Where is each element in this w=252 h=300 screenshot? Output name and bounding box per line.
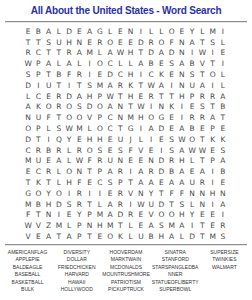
grid-cell[interactable]: T — [44, 177, 54, 188]
grid-cell[interactable]: W — [105, 91, 115, 102]
grid-cell[interactable]: R — [44, 166, 54, 177]
grid-cell[interactable]: I — [218, 210, 228, 221]
grid-cell[interactable]: T — [197, 134, 207, 145]
grid-cell[interactable]: C — [115, 69, 125, 80]
grid-cell[interactable]: T — [136, 80, 146, 91]
grid-cell[interactable]: L — [54, 26, 64, 37]
grid-cell[interactable]: A — [85, 26, 95, 37]
grid-cell[interactable]: N — [44, 210, 54, 221]
grid-cell[interactable]: O — [64, 112, 74, 123]
grid-cell[interactable]: S — [218, 231, 228, 242]
grid-cell[interactable]: L — [177, 231, 187, 242]
grid-cell[interactable]: U — [187, 80, 197, 91]
grid-cell[interactable]: I — [177, 102, 187, 113]
grid-cell[interactable]: E — [208, 145, 218, 156]
grid-cell[interactable]: I — [187, 220, 197, 231]
grid-cell[interactable]: W — [64, 123, 74, 134]
grid-cell[interactable]: T — [167, 91, 177, 102]
grid-cell[interactable]: K — [156, 69, 166, 80]
grid-cell[interactable]: A — [105, 80, 115, 91]
grid-cell[interactable]: P — [187, 91, 197, 102]
grid-cell[interactable]: I — [95, 188, 105, 199]
grid-cell[interactable]: H — [64, 177, 74, 188]
grid-cell[interactable]: L — [156, 26, 166, 37]
grid-cell[interactable]: A — [146, 177, 156, 188]
grid-cell[interactable]: S — [64, 199, 74, 210]
grid-cell[interactable]: Y — [44, 188, 54, 199]
grid-cell[interactable]: A — [146, 123, 156, 134]
grid-cell[interactable]: T — [218, 112, 228, 123]
grid-cell[interactable]: O — [64, 166, 74, 177]
grid-cell[interactable]: T — [85, 231, 95, 242]
grid-cell[interactable]: A — [105, 166, 115, 177]
grid-cell[interactable]: O — [85, 145, 95, 156]
grid-cell[interactable]: V — [146, 210, 156, 221]
grid-cell[interactable]: E — [136, 220, 146, 231]
grid-cell[interactable]: N — [115, 102, 125, 113]
grid-cell[interactable]: O — [208, 69, 218, 80]
grid-cell[interactable]: W — [197, 48, 207, 59]
grid-cell[interactable]: D — [115, 210, 125, 221]
grid-cell[interactable]: T — [136, 48, 146, 59]
grid-cell[interactable]: B — [218, 166, 228, 177]
grid-cell[interactable]: D — [54, 199, 64, 210]
grid-cell[interactable]: O — [95, 102, 105, 113]
grid-cell[interactable]: D — [23, 134, 33, 145]
grid-cell[interactable]: E — [187, 166, 197, 177]
grid-cell[interactable]: L — [64, 145, 74, 156]
grid-cell[interactable]: E — [64, 210, 74, 221]
grid-cell[interactable]: T — [54, 48, 64, 59]
grid-cell[interactable]: L — [105, 26, 115, 37]
grid-cell[interactable]: U — [115, 134, 125, 145]
grid-cell[interactable]: F — [167, 188, 177, 199]
grid-cell[interactable]: K — [33, 102, 43, 113]
grid-cell[interactable]: H — [208, 188, 218, 199]
grid-cell[interactable]: Y — [74, 210, 84, 221]
grid-cell[interactable]: L — [218, 37, 228, 48]
grid-cell[interactable]: H — [126, 69, 136, 80]
grid-cell[interactable]: A — [167, 231, 177, 242]
grid-cell[interactable]: E — [208, 210, 218, 221]
grid-cell[interactable]: E — [187, 102, 197, 113]
grid-cell[interactable]: I — [146, 102, 156, 113]
grid-cell[interactable]: S — [218, 145, 228, 156]
grid-cell[interactable]: O — [105, 231, 115, 242]
grid-cell[interactable]: R — [54, 91, 64, 102]
grid-cell[interactable]: E — [156, 134, 166, 145]
grid-cell[interactable]: O — [187, 134, 197, 145]
grid-cell[interactable]: K — [218, 134, 228, 145]
grid-cell[interactable]: I — [136, 26, 146, 37]
grid-cell[interactable]: G — [126, 123, 136, 134]
grid-cell[interactable]: P — [95, 166, 105, 177]
grid-cell[interactable]: L — [64, 220, 74, 231]
grid-cell[interactable]: A — [23, 102, 33, 113]
grid-cell[interactable]: S — [95, 145, 105, 156]
grid-cell[interactable]: V — [197, 58, 207, 69]
grid-cell[interactable]: W — [187, 145, 197, 156]
grid-cell[interactable]: L — [95, 199, 105, 210]
grid-cell[interactable]: P — [115, 177, 125, 188]
grid-cell[interactable]: Y — [64, 134, 74, 145]
grid-cell[interactable]: R — [146, 166, 156, 177]
grid-cell[interactable]: V — [23, 231, 33, 242]
grid-cell[interactable]: S — [187, 69, 197, 80]
grid-cell[interactable]: A — [74, 91, 84, 102]
grid-cell[interactable]: R — [115, 80, 125, 91]
grid-cell[interactable]: D — [187, 231, 197, 242]
grid-cell[interactable]: N — [187, 188, 197, 199]
grid-cell[interactable]: K — [208, 134, 218, 145]
grid-cell[interactable]: E — [23, 166, 33, 177]
grid-cell[interactable]: P — [74, 231, 84, 242]
grid-cell[interactable]: O — [64, 102, 74, 113]
grid-cell[interactable]: D — [85, 102, 95, 113]
grid-cell[interactable]: S — [167, 134, 177, 145]
grid-cell[interactable]: E — [177, 26, 187, 37]
grid-cell[interactable]: F — [64, 69, 74, 80]
grid-cell[interactable]: A — [105, 102, 115, 113]
grid-cell[interactable]: O — [156, 37, 166, 48]
grid-cell[interactable]: K — [126, 80, 136, 91]
grid-cell[interactable]: S — [156, 220, 166, 231]
grid-cell[interactable]: T — [115, 123, 125, 134]
grid-cell[interactable]: F — [44, 112, 54, 123]
grid-cell[interactable]: C — [105, 112, 115, 123]
grid-cell[interactable]: Y — [187, 210, 197, 221]
grid-cell[interactable]: L — [126, 220, 136, 231]
grid-cell[interactable]: N — [218, 188, 228, 199]
grid-cell[interactable]: O — [105, 37, 115, 48]
grid-cell[interactable]: R — [54, 145, 64, 156]
grid-cell[interactable]: B — [146, 231, 156, 242]
grid-cell[interactable]: E — [167, 112, 177, 123]
grid-cell[interactable]: P — [33, 69, 43, 80]
grid-cell[interactable]: N — [146, 156, 156, 167]
grid-cell[interactable]: V — [136, 145, 146, 156]
grid-cell[interactable]: U — [136, 231, 146, 242]
grid-cell[interactable]: T — [54, 231, 64, 242]
grid-cell[interactable]: R — [115, 188, 125, 199]
grid-cell[interactable]: K — [115, 231, 125, 242]
grid-cell[interactable]: E — [85, 37, 95, 48]
grid-cell[interactable]: P — [95, 91, 105, 102]
grid-cell[interactable]: D — [23, 80, 33, 91]
grid-cell[interactable]: T — [85, 166, 95, 177]
grid-cell[interactable]: A — [156, 80, 166, 91]
grid-cell[interactable]: D — [156, 199, 166, 210]
grid-cell[interactable]: I — [64, 188, 74, 199]
grid-cell[interactable]: L — [126, 58, 136, 69]
grid-cell[interactable]: L — [218, 80, 228, 91]
grid-cell[interactable]: U — [44, 80, 54, 91]
grid-cell[interactable]: N — [136, 188, 146, 199]
grid-cell[interactable]: K — [33, 177, 43, 188]
grid-cell[interactable]: K — [167, 102, 177, 113]
grid-cell[interactable]: H — [136, 112, 146, 123]
grid-cell[interactable]: A — [156, 48, 166, 59]
grid-cell[interactable]: E — [167, 123, 177, 134]
grid-cell[interactable]: I — [208, 166, 218, 177]
grid-cell[interactable]: B — [146, 58, 156, 69]
grid-cell[interactable]: B — [33, 199, 43, 210]
grid-cell[interactable]: R — [197, 91, 207, 102]
grid-cell[interactable]: L — [54, 166, 64, 177]
grid-cell[interactable]: R — [23, 48, 33, 59]
grid-cell[interactable]: D — [146, 48, 156, 59]
grid-cell[interactable]: O — [33, 188, 43, 199]
grid-cell[interactable]: A — [136, 166, 146, 177]
grid-cell[interactable]: E — [74, 26, 84, 37]
grid-cell[interactable]: G — [23, 188, 33, 199]
grid-cell[interactable]: E — [146, 145, 156, 156]
grid-cell[interactable]: I — [167, 80, 177, 91]
grid-cell[interactable]: N — [177, 37, 187, 48]
grid-cell[interactable]: W — [136, 199, 146, 210]
grid-cell[interactable]: E — [218, 177, 228, 188]
grid-cell[interactable]: H — [95, 134, 105, 145]
grid-cell[interactable]: D — [167, 48, 177, 59]
grid-cell[interactable]: I — [208, 177, 218, 188]
grid-cell[interactable]: L — [64, 156, 74, 167]
grid-cell[interactable]: D — [156, 166, 166, 177]
grid-cell[interactable]: B — [44, 145, 54, 156]
grid-cell[interactable]: R — [187, 112, 197, 123]
grid-cell[interactable]: W — [177, 134, 187, 145]
grid-cell[interactable]: O — [167, 26, 177, 37]
grid-cell[interactable]: E — [85, 177, 95, 188]
grid-cell[interactable]: T — [126, 102, 136, 113]
grid-cell[interactable]: E — [156, 58, 166, 69]
grid-cell[interactable]: C — [33, 48, 43, 59]
grid-cell[interactable]: R — [74, 69, 84, 80]
grid-cell[interactable]: P — [208, 156, 218, 167]
grid-cell[interactable]: T — [44, 48, 54, 59]
grid-cell[interactable]: R — [197, 177, 207, 188]
grid-cell[interactable]: T — [167, 199, 177, 210]
grid-cell[interactable]: A — [44, 26, 54, 37]
grid-cell[interactable]: B — [167, 166, 177, 177]
grid-cell[interactable]: A — [105, 210, 115, 221]
grid-cell[interactable]: M — [208, 231, 218, 242]
grid-cell[interactable]: F — [85, 156, 95, 167]
grid-cell[interactable]: A — [177, 58, 187, 69]
grid-cell[interactable]: U — [105, 156, 115, 167]
grid-cell[interactable]: E — [105, 145, 115, 156]
grid-cell[interactable]: N — [74, 166, 84, 177]
grid-cell[interactable]: C — [33, 91, 43, 102]
grid-cell[interactable]: H — [64, 37, 74, 48]
grid-cell[interactable]: T — [23, 37, 33, 48]
grid-cell[interactable]: F — [177, 188, 187, 199]
grid-cell[interactable]: R — [146, 37, 156, 48]
grid-cell[interactable]: E — [115, 26, 125, 37]
grid-cell[interactable]: S — [208, 37, 218, 48]
grid-cell[interactable]: P — [95, 112, 105, 123]
grid-cell[interactable]: N — [177, 69, 187, 80]
grid-cell[interactable]: I — [177, 112, 187, 123]
grid-cell[interactable]: E — [208, 220, 218, 231]
grid-cell[interactable]: A — [136, 177, 146, 188]
grid-cell[interactable]: H — [44, 199, 54, 210]
grid-cell[interactable]: T — [54, 112, 64, 123]
grid-cell[interactable]: I — [126, 166, 136, 177]
grid-cell[interactable]: M — [167, 220, 177, 231]
grid-cell[interactable]: T — [85, 199, 95, 210]
grid-cell[interactable]: E — [44, 156, 54, 167]
grid-cell[interactable]: N — [197, 199, 207, 210]
grid-cell[interactable]: L — [95, 48, 105, 59]
grid-cell[interactable]: N — [115, 112, 125, 123]
grid-cell[interactable]: M — [23, 199, 33, 210]
grid-cell[interactable]: O — [146, 112, 156, 123]
grid-cell[interactable]: R — [95, 37, 105, 48]
grid-cell[interactable]: S — [105, 177, 115, 188]
grid-cell[interactable]: E — [33, 231, 43, 242]
grid-cell[interactable]: A — [136, 58, 146, 69]
grid-cell[interactable]: T — [54, 80, 64, 91]
grid-cell[interactable]: L — [136, 134, 146, 145]
grid-cell[interactable]: V — [85, 112, 95, 123]
grid-cell[interactable]: H — [177, 91, 187, 102]
grid-cell[interactable]: B — [187, 123, 197, 134]
grid-cell[interactable]: A — [167, 177, 177, 188]
grid-cell[interactable]: F — [74, 177, 84, 188]
grid-cell[interactable]: T — [115, 220, 125, 231]
grid-cell[interactable]: I — [85, 69, 95, 80]
grid-cell[interactable]: N — [197, 188, 207, 199]
grid-cell[interactable]: V — [126, 188, 136, 199]
grid-cell[interactable]: S — [44, 37, 54, 48]
grid-cell[interactable]: M — [208, 26, 218, 37]
grid-cell[interactable]: I — [156, 145, 166, 156]
grid-cell[interactable]: E — [95, 69, 105, 80]
grid-cell[interactable]: R — [197, 112, 207, 123]
grid-cell[interactable]: L — [197, 26, 207, 37]
grid-cell[interactable]: A — [64, 231, 74, 242]
grid-cell[interactable]: A — [44, 58, 54, 69]
grid-cell[interactable]: O — [95, 58, 105, 69]
grid-cell[interactable]: A — [177, 220, 187, 231]
grid-cell[interactable]: S — [115, 145, 125, 156]
grid-cell[interactable]: E — [218, 123, 228, 134]
grid-cell[interactable]: O — [23, 123, 33, 134]
grid-cell[interactable]: I — [218, 58, 228, 69]
grid-cell[interactable]: S — [54, 123, 64, 134]
grid-cell[interactable]: P — [208, 123, 218, 134]
grid-cell[interactable]: E — [197, 210, 207, 221]
grid-cell[interactable]: H — [156, 231, 166, 242]
grid-cell[interactable]: F — [126, 145, 136, 156]
grid-cell[interactable]: M — [85, 48, 95, 59]
grid-cell[interactable]: L — [85, 123, 95, 134]
grid-cell[interactable]: N — [177, 80, 187, 91]
grid-cell[interactable]: W — [74, 156, 84, 167]
grid-cell[interactable]: M — [105, 220, 115, 231]
grid-cell[interactable]: M — [95, 210, 105, 221]
grid-cell[interactable]: P — [85, 210, 95, 221]
grid-cell[interactable]: A — [177, 145, 187, 156]
grid-cell[interactable]: H — [126, 91, 136, 102]
grid-cell[interactable]: D — [64, 26, 74, 37]
grid-cell[interactable]: N — [115, 156, 125, 167]
grid-cell[interactable]: C — [105, 58, 115, 69]
grid-cell[interactable]: B — [187, 58, 197, 69]
grid-cell[interactable]: V — [33, 220, 43, 231]
grid-cell[interactable]: H — [126, 48, 136, 59]
grid-cell[interactable]: D — [105, 69, 115, 80]
grid-cell[interactable]: U — [146, 199, 156, 210]
grid-cell[interactable]: T — [74, 80, 84, 91]
grid-cell[interactable]: R — [218, 220, 228, 231]
grid-cell[interactable]: L — [126, 231, 136, 242]
grid-cell[interactable]: C — [23, 145, 33, 156]
grid-cell[interactable]: D — [64, 91, 74, 102]
grid-cell[interactable]: A — [177, 166, 187, 177]
grid-cell[interactable]: I — [218, 26, 228, 37]
grid-cell[interactable]: T — [44, 69, 54, 80]
grid-cell[interactable]: I — [44, 134, 54, 145]
grid-cell[interactable]: A — [54, 156, 64, 167]
grid-cell[interactable]: T — [208, 102, 218, 113]
grid-cell[interactable]: L — [187, 199, 197, 210]
grid-cell[interactable]: E — [23, 26, 33, 37]
grid-cell[interactable]: A — [197, 80, 207, 91]
grid-cell[interactable]: M — [23, 156, 33, 167]
grid-cell[interactable]: R — [74, 199, 84, 210]
grid-cell[interactable]: L — [74, 58, 84, 69]
grid-cell[interactable]: H — [177, 210, 187, 221]
grid-cell[interactable]: L — [146, 26, 156, 37]
grid-cell[interactable]: O — [167, 210, 177, 221]
grid-cell[interactable]: E — [218, 48, 228, 59]
grid-cell[interactable]: I — [85, 188, 95, 199]
grid-cell[interactable]: W — [197, 145, 207, 156]
grid-cell[interactable]: A — [64, 58, 74, 69]
grid-cell[interactable]: M — [126, 112, 136, 123]
grid-cell[interactable]: B — [54, 69, 64, 80]
grid-cell[interactable]: S — [197, 102, 207, 113]
grid-cell[interactable]: M — [95, 80, 105, 91]
grid-cell[interactable]: C — [105, 123, 115, 134]
grid-cell[interactable]: U — [54, 37, 64, 48]
grid-cell[interactable]: I — [208, 48, 218, 59]
grid-cell[interactable]: T — [23, 177, 33, 188]
grid-cell[interactable]: M — [74, 123, 84, 134]
grid-cell[interactable]: E — [156, 177, 166, 188]
grid-cell[interactable]: I — [64, 80, 74, 91]
grid-cell[interactable]: G — [95, 26, 105, 37]
grid-cell[interactable]: S — [177, 199, 187, 210]
grid-cell[interactable]: W — [23, 220, 33, 231]
grid-cell[interactable]: L — [218, 69, 228, 80]
grid-cell[interactable]: T — [33, 37, 43, 48]
grid-cell[interactable]: Y — [146, 188, 156, 199]
grid-cell[interactable]: B — [33, 26, 43, 37]
grid-cell[interactable]: S — [85, 80, 95, 91]
grid-cell[interactable]: P — [33, 123, 43, 134]
grid-cell[interactable]: R — [167, 156, 177, 167]
grid-cell[interactable]: R — [115, 166, 125, 177]
grid-cell[interactable]: N — [177, 48, 187, 59]
grid-cell[interactable]: R — [74, 145, 84, 156]
grid-cell[interactable]: O — [44, 102, 54, 113]
grid-cell[interactable]: T — [115, 91, 125, 102]
grid-cell[interactable]: E — [95, 231, 105, 242]
grid-cell[interactable]: R — [74, 188, 84, 199]
grid-cell[interactable]: R — [64, 48, 74, 59]
